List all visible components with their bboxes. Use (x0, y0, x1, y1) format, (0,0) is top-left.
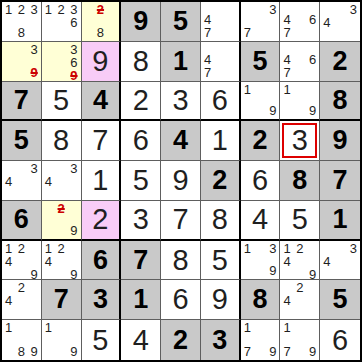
candidate-7: 7 (244, 345, 251, 358)
candidate-4: 4 (323, 16, 330, 29)
cell-r3c2[interactable]: 5 (42, 82, 82, 122)
pencil-marks: 1249 (42, 241, 81, 280)
solved-digit: 6 (212, 86, 228, 115)
cell-r5c8[interactable]: 8 (280, 161, 320, 201)
cell-r3c3[interactable]: 4 (82, 82, 122, 122)
pencil-marks: 92 (42, 201, 81, 239)
cell-r9c1[interactable]: 189 (2, 320, 42, 360)
given-digit: 5 (333, 286, 348, 313)
given-digit: 7 (333, 167, 348, 194)
solved-digit: 1 (212, 126, 228, 155)
given-digit: 2 (173, 327, 188, 354)
candidate-8: 8 (18, 345, 25, 358)
cell-r4c7[interactable]: 2 (241, 121, 281, 161)
candidate-4: 4 (5, 294, 12, 307)
cell-r2c2[interactable]: 369 (42, 42, 82, 82)
pencil-marks: 467 (280, 42, 319, 81)
solved-digit: 5 (133, 166, 149, 195)
cell-r7c5[interactable]: 8 (161, 241, 201, 281)
pencil-marks: 19 (42, 320, 81, 360)
cell-r2c4[interactable]: 8 (121, 42, 161, 82)
given-digit: 3 (93, 286, 108, 313)
candidate-4: 4 (45, 175, 52, 188)
cell-r8c5[interactable]: 6 (161, 280, 201, 320)
candidate-6: 6 (70, 16, 77, 29)
candidate-3: 3 (269, 242, 276, 255)
cell-r9c5[interactable]: 2 (161, 320, 201, 360)
solved-digit: 5 (292, 205, 308, 234)
candidate-8: 8 (97, 26, 104, 39)
given-digit: 8 (333, 87, 348, 114)
given-digit: 7 (54, 286, 69, 313)
pencil-marks: 1238 (2, 2, 41, 41)
candidate-2: 2 (296, 242, 303, 255)
solved-digit: 3 (172, 86, 188, 115)
cell-r2c3[interactable]: 9 (82, 42, 122, 82)
given-digit: 7 (133, 247, 148, 274)
given-digit: 1 (133, 286, 148, 313)
cell-r1c6[interactable]: 47 (201, 2, 241, 42)
pencil-marks: 1249 (2, 241, 41, 280)
cell-r4c6[interactable]: 1 (201, 121, 241, 161)
cell-r4c4[interactable]: 6 (121, 121, 161, 161)
given-digit: 9 (133, 8, 148, 35)
cell-r7c8[interactable]: 1249 (280, 241, 320, 281)
cell-r3c6[interactable]: 6 (201, 82, 241, 122)
cell-r8c3[interactable]: 3 (82, 280, 122, 320)
candidate-4: 4 (283, 13, 290, 26)
cell-r8c9[interactable]: 5 (320, 280, 360, 320)
cell-r6c2[interactable]: 92 (42, 201, 82, 241)
cell-r7c2[interactable]: 1249 (42, 241, 82, 281)
pencil-marks: 24 (280, 280, 319, 319)
cell-r8c6[interactable]: 9 (201, 280, 241, 320)
given-digit: 5 (253, 48, 268, 75)
cell-r9c6[interactable]: 3 (201, 320, 241, 360)
struck-candidate-9: 9 (70, 69, 77, 82)
solved-digit: 7 (172, 205, 188, 234)
given-digit: 1 (173, 48, 188, 75)
solved-digit: 6 (133, 126, 149, 155)
candidate-1: 1 (5, 242, 12, 255)
pencil-marks: 19 (280, 82, 319, 120)
cell-r4c3[interactable]: 7 (82, 121, 122, 161)
candidate-9: 9 (269, 104, 276, 117)
solved-digit: 5 (92, 326, 108, 355)
cell-r2c7[interactable]: 5 (241, 42, 281, 82)
pencil-marks: 24 (2, 280, 41, 319)
solved-digit: 2 (92, 205, 108, 234)
candidate-4: 4 (5, 255, 12, 268)
cell-r7c4[interactable]: 7 (121, 241, 161, 281)
candidate-1: 1 (283, 242, 290, 255)
candidate-6: 6 (309, 13, 316, 26)
candidate-4: 4 (323, 255, 330, 268)
cell-r5c4[interactable]: 5 (121, 161, 161, 201)
pencil-marks: 19 (241, 82, 280, 120)
candidate-1: 1 (244, 83, 251, 96)
solved-digit: 6 (332, 326, 348, 355)
given-digit: 7 (14, 87, 29, 114)
given-digit: 3 (212, 327, 227, 354)
cell-r5c1[interactable]: 34 (2, 161, 42, 201)
solved-digit: 9 (212, 285, 228, 314)
candidate-1: 1 (283, 83, 290, 96)
solved-digit: 3 (133, 205, 149, 234)
cell-r5c5[interactable]: 9 (161, 161, 201, 201)
cell-r3c9[interactable]: 8 (320, 82, 360, 122)
cell-r2c6[interactable]: 47 (201, 42, 241, 82)
cell-r8c1[interactable]: 24 (2, 280, 42, 320)
candidate-2: 2 (18, 3, 25, 16)
cell-r9c3[interactable]: 5 (82, 320, 122, 360)
solved-digit: 5 (53, 86, 69, 115)
sudoku-board: 1238123682954737467343936998147546727542… (0, 0, 362, 362)
solved-digit: 8 (172, 246, 188, 275)
candidate-1: 1 (45, 321, 52, 334)
cell-r1c5[interactable]: 5 (161, 2, 201, 42)
cell-r2c1[interactable]: 39 (2, 42, 42, 82)
given-digit: 2 (212, 167, 227, 194)
cell-r4c5[interactable]: 4 (161, 121, 201, 161)
cell-r2c5[interactable]: 1 (161, 42, 201, 82)
cell-r9c2[interactable]: 19 (42, 320, 82, 360)
cell-r2c9[interactable]: 2 (320, 42, 360, 82)
pencil-marks: 82 (82, 2, 120, 41)
cell-r3c7[interactable]: 19 (241, 82, 281, 122)
cell-r4c8[interactable]: 3 (280, 121, 320, 161)
pencil-marks: 467 (280, 2, 319, 41)
given-digit: 9 (333, 127, 348, 154)
candidate-7: 7 (204, 26, 211, 39)
given-digit: 6 (14, 206, 29, 233)
candidate-1: 1 (45, 242, 52, 255)
candidate-9: 9 (309, 268, 316, 281)
cell-r7c3[interactable]: 6 (82, 241, 122, 281)
candidate-9: 9 (309, 104, 316, 117)
candidate-4: 4 (283, 294, 290, 307)
pencil-marks: 47 (201, 42, 239, 81)
candidate-3: 3 (70, 162, 77, 175)
pencil-marks: 1236 (42, 2, 81, 41)
candidate-1: 1 (244, 321, 251, 334)
cell-r8c7[interactable]: 8 (241, 280, 281, 320)
solved-digit: 4 (252, 205, 268, 234)
cell-r8c8[interactable]: 24 (280, 280, 320, 320)
candidate-7: 7 (283, 26, 290, 39)
cell-r9c7[interactable]: 179 (241, 320, 281, 360)
pencil-marks: 1249 (280, 241, 319, 280)
given-digit: 2 (333, 48, 348, 75)
candidate-9: 9 (31, 345, 38, 358)
candidate-9: 9 (70, 224, 77, 237)
solved-digit: 5 (212, 246, 228, 275)
cell-r6c6[interactable]: 8 (201, 201, 241, 241)
cell-r3c4[interactable]: 2 (121, 82, 161, 122)
pencil-marks: 179 (241, 320, 280, 360)
cell-r4c9[interactable]: 9 (320, 121, 360, 161)
cell-r1c7[interactable]: 37 (241, 2, 281, 42)
candidate-9: 9 (31, 268, 38, 281)
candidate-7: 7 (244, 26, 251, 39)
candidate-3: 3 (31, 3, 38, 16)
given-digit: 1 (333, 206, 348, 233)
candidate-2: 2 (58, 242, 65, 255)
solved-digit: 9 (92, 47, 108, 76)
pencil-marks: 139 (241, 241, 280, 280)
cell-r5c2[interactable]: 34 (42, 161, 82, 201)
struck-candidate-2: 2 (97, 3, 104, 16)
candidate-7: 7 (204, 66, 211, 79)
given-digit: 8 (253, 286, 268, 313)
cell-r6c4[interactable]: 3 (121, 201, 161, 241)
cell-r7c7[interactable]: 139 (241, 241, 281, 281)
candidate-3: 3 (350, 3, 357, 16)
cell-r9c8[interactable]: 179 (280, 320, 320, 360)
solved-digit: 8 (133, 47, 149, 76)
candidate-7: 7 (283, 66, 290, 79)
cell-r1c2[interactable]: 1236 (42, 2, 82, 42)
given-digit: 6 (93, 247, 108, 274)
cell-r5c9[interactable]: 7 (320, 161, 360, 201)
candidate-4: 4 (204, 13, 211, 26)
candidate-6: 6 (70, 56, 77, 69)
given-digit: 2 (253, 127, 268, 154)
candidate-6: 6 (309, 53, 316, 66)
given-digit: 5 (14, 127, 29, 154)
candidate-3: 3 (31, 43, 38, 56)
candidate-1: 1 (45, 3, 52, 16)
struck-candidate-9: 9 (31, 66, 38, 79)
solved-digit: 6 (252, 166, 268, 195)
cell-r2c8[interactable]: 467 (280, 42, 320, 82)
cell-r4c1[interactable]: 5 (2, 121, 42, 161)
cell-r1c1[interactable]: 1238 (2, 2, 42, 42)
pencil-marks: 369 (42, 42, 81, 81)
candidate-1: 1 (283, 321, 290, 334)
given-digit: 5 (173, 8, 188, 35)
cell-r6c5[interactable]: 7 (161, 201, 201, 241)
cell-r6c9[interactable]: 1 (320, 201, 360, 241)
cell-r3c1[interactable]: 7 (2, 82, 42, 122)
struck-candidate-2: 2 (58, 202, 65, 215)
cell-r8c2[interactable]: 7 (42, 280, 82, 320)
solved-digit: 3 (292, 126, 308, 155)
candidate-1: 1 (5, 321, 12, 334)
cell-r5c7[interactable]: 6 (241, 161, 281, 201)
cell-r6c3[interactable]: 2 (82, 201, 122, 241)
solved-digit: 4 (133, 326, 149, 355)
cell-r6c7[interactable]: 4 (241, 201, 281, 241)
pencil-marks: 39 (2, 42, 41, 81)
candidate-4: 4 (45, 255, 52, 268)
cell-r6c1[interactable]: 6 (2, 201, 42, 241)
cell-r6c8[interactable]: 5 (280, 201, 320, 241)
cell-r5c3[interactable]: 1 (82, 161, 122, 201)
pencil-marks: 189 (2, 320, 41, 360)
solved-digit: 1 (92, 166, 108, 195)
candidate-9: 9 (70, 345, 77, 358)
pencil-marks: 47 (201, 2, 239, 41)
cell-r7c9[interactable]: 34 (320, 241, 360, 281)
candidate-4: 4 (5, 175, 12, 188)
cell-r1c9[interactable]: 34 (320, 2, 360, 42)
solved-digit: 9 (172, 166, 188, 195)
given-digit: 4 (93, 87, 108, 114)
candidate-4: 4 (204, 53, 211, 66)
given-digit: 4 (173, 127, 188, 154)
candidate-4: 4 (283, 53, 290, 66)
candidate-8: 8 (18, 26, 25, 39)
solved-digit: 2 (133, 86, 149, 115)
pencil-marks: 179 (280, 320, 319, 360)
cell-r1c3[interactable]: 82 (82, 2, 122, 42)
cell-r3c5[interactable]: 3 (161, 82, 201, 122)
candidate-2: 2 (18, 242, 25, 255)
candidate-9: 9 (269, 345, 276, 358)
cell-r1c8[interactable]: 467 (280, 2, 320, 42)
pencil-marks: 34 (320, 2, 360, 41)
pencil-marks: 34 (2, 161, 41, 200)
cell-r4c2[interactable]: 8 (42, 121, 82, 161)
cell-r3c8[interactable]: 19 (280, 82, 320, 122)
solved-digit: 6 (172, 285, 188, 314)
candidate-3: 3 (70, 43, 77, 56)
candidate-3: 3 (31, 162, 38, 175)
candidate-1: 1 (5, 3, 12, 16)
candidate-3: 3 (350, 242, 357, 255)
candidate-4: 4 (283, 255, 290, 268)
candidate-2: 2 (58, 3, 65, 16)
candidate-9: 9 (269, 264, 276, 277)
candidate-2: 2 (296, 281, 303, 294)
candidate-3: 3 (269, 3, 276, 16)
candidate-7: 7 (283, 345, 290, 358)
cell-r9c9[interactable]: 6 (320, 320, 360, 360)
solved-digit: 7 (92, 126, 108, 155)
candidate-9: 9 (309, 345, 316, 358)
cell-r1c4[interactable]: 9 (121, 2, 161, 42)
pencil-marks: 34 (320, 241, 360, 280)
pencil-marks: 37 (241, 2, 280, 41)
cell-r7c1[interactable]: 1249 (2, 241, 42, 281)
given-digit: 8 (292, 167, 307, 194)
candidate-1: 1 (244, 242, 251, 255)
candidate-9: 9 (70, 268, 77, 281)
cell-r9c4[interactable]: 4 (121, 320, 161, 360)
cell-r7c6[interactable]: 5 (201, 241, 241, 281)
solved-digit: 8 (53, 126, 69, 155)
solved-digit: 8 (212, 205, 228, 234)
candidate-2: 2 (18, 281, 25, 294)
cell-r8c4[interactable]: 1 (121, 280, 161, 320)
pencil-marks: 34 (42, 161, 81, 200)
cell-r5c6[interactable]: 2 (201, 161, 241, 201)
